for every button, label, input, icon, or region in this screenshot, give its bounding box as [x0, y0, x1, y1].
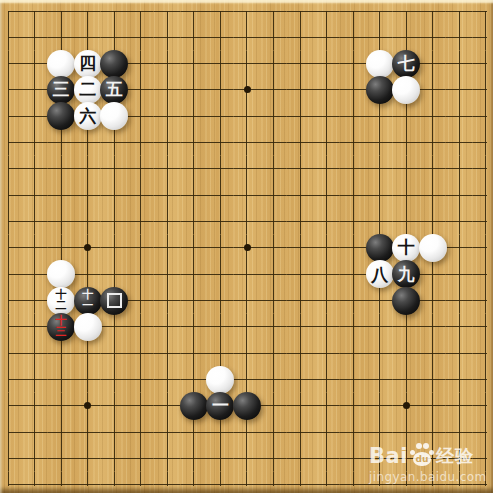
- black-stone: 七: [392, 50, 420, 78]
- move-number-label: 三: [53, 81, 70, 98]
- intersection: [366, 393, 393, 419]
- intersection: [446, 235, 473, 261]
- intersection: [181, 11, 208, 24]
- intersection: [8, 472, 21, 486]
- black-stone: [180, 392, 208, 420]
- intersection: [207, 261, 234, 287]
- intersection: [101, 235, 128, 261]
- intersection: [234, 24, 261, 50]
- intersection: [21, 182, 48, 208]
- intersection: [154, 393, 181, 419]
- intersection: [260, 472, 287, 486]
- white-stone: [366, 50, 394, 78]
- intersection: [446, 340, 473, 366]
- intersection: [260, 182, 287, 208]
- intersection: [260, 24, 287, 50]
- intersection: [127, 208, 154, 234]
- intersection: [234, 103, 261, 129]
- intersection: [313, 208, 340, 234]
- intersection: [287, 235, 314, 261]
- intersection: [74, 472, 101, 486]
- intersection: [74, 24, 101, 50]
- intersection: [287, 393, 314, 419]
- intersection: [207, 287, 234, 313]
- intersection: [101, 261, 128, 287]
- intersection: [287, 287, 314, 313]
- intersection: [366, 182, 393, 208]
- intersection: [446, 103, 473, 129]
- intersection: [313, 156, 340, 182]
- intersection: [74, 208, 101, 234]
- intersection: [313, 129, 340, 155]
- intersection: [207, 11, 234, 24]
- move-number-label: 一: [212, 397, 229, 414]
- intersection: [340, 366, 367, 392]
- intersection: [21, 445, 48, 471]
- intersection: [260, 261, 287, 287]
- intersection: [8, 340, 21, 366]
- intersection: [234, 51, 261, 77]
- intersection: [260, 11, 287, 24]
- intersection: [21, 472, 48, 486]
- intersection: [101, 129, 128, 155]
- intersection: [207, 472, 234, 486]
- black-stone: 五: [100, 76, 128, 104]
- intersection: [74, 11, 101, 24]
- intersection: [8, 208, 21, 234]
- intersection: [234, 314, 261, 340]
- white-stone: 八: [366, 260, 394, 288]
- intersection: [21, 11, 48, 24]
- move-number-label: 六: [79, 108, 96, 125]
- intersection: [127, 11, 154, 24]
- intersection: [419, 11, 446, 24]
- intersection: [473, 24, 487, 50]
- go-board: 四三二五六七十八九十二十一十三一 Bai du 经验 jingyan.baidu…: [0, 0, 493, 493]
- intersection: [127, 287, 154, 313]
- intersection: [446, 156, 473, 182]
- intersection: [154, 445, 181, 471]
- intersection: [181, 261, 208, 287]
- intersection: [313, 235, 340, 261]
- intersection: [287, 445, 314, 471]
- intersection: [366, 103, 393, 129]
- intersection: [74, 129, 101, 155]
- intersection: [207, 51, 234, 77]
- intersection: [74, 156, 101, 182]
- intersection: [473, 103, 487, 129]
- intersection: [21, 24, 48, 50]
- intersection: [366, 314, 393, 340]
- intersection: [340, 103, 367, 129]
- intersection: [127, 129, 154, 155]
- move-number-label: 十一: [82, 290, 93, 311]
- intersection: [101, 393, 128, 419]
- intersection: [287, 182, 314, 208]
- intersection: [393, 182, 420, 208]
- black-stone: [100, 50, 128, 78]
- intersection: [419, 103, 446, 129]
- intersection: [127, 261, 154, 287]
- intersection: [419, 340, 446, 366]
- intersection: [473, 77, 487, 103]
- intersection: [234, 472, 261, 486]
- intersection: [313, 393, 340, 419]
- intersection: [74, 340, 101, 366]
- intersection: [101, 208, 128, 234]
- intersection: [127, 445, 154, 471]
- intersection: [446, 51, 473, 77]
- intersection: [446, 77, 473, 103]
- intersection: [287, 314, 314, 340]
- move-number-label: 五: [106, 81, 123, 98]
- intersection: [234, 11, 261, 24]
- intersection: [181, 287, 208, 313]
- intersection: [473, 393, 487, 419]
- intersection: [393, 103, 420, 129]
- intersection: [287, 261, 314, 287]
- intersection: [207, 77, 234, 103]
- baidu-watermark: Bai du 经验 jingyan.baidu.com: [369, 442, 487, 483]
- intersection: [127, 103, 154, 129]
- intersection: [287, 103, 314, 129]
- black-stone: [366, 234, 394, 262]
- intersection: [154, 472, 181, 486]
- intersection: [48, 445, 75, 471]
- intersection: [473, 366, 487, 392]
- intersection: [393, 366, 420, 392]
- intersection: [340, 129, 367, 155]
- intersection: [181, 472, 208, 486]
- intersection: [419, 261, 446, 287]
- black-stone: [392, 287, 420, 315]
- intersection: [21, 51, 48, 77]
- intersection: [181, 51, 208, 77]
- intersection: [446, 11, 473, 24]
- intersection: [181, 24, 208, 50]
- intersection: [127, 340, 154, 366]
- intersection: [366, 366, 393, 392]
- intersection: [393, 314, 420, 340]
- intersection: [366, 24, 393, 50]
- intersection: [181, 103, 208, 129]
- baidu-logo: Bai du 经验: [369, 442, 487, 467]
- intersection: [313, 261, 340, 287]
- white-stone: [419, 234, 447, 262]
- intersection: [154, 24, 181, 50]
- intersection: [21, 156, 48, 182]
- intersection: [8, 156, 21, 182]
- intersection: [260, 445, 287, 471]
- intersection: [313, 472, 340, 486]
- intersection: [48, 208, 75, 234]
- intersection: [154, 419, 181, 445]
- intersection: [8, 445, 21, 471]
- intersection: [260, 366, 287, 392]
- intersection: [340, 287, 367, 313]
- intersection: [287, 51, 314, 77]
- intersection: [393, 156, 420, 182]
- intersection: [473, 129, 487, 155]
- move-number-label: 二: [79, 81, 96, 98]
- intersection: [48, 129, 75, 155]
- intersection: [207, 314, 234, 340]
- black-stone: 十三: [47, 313, 75, 341]
- intersection: [207, 129, 234, 155]
- intersection: [101, 366, 128, 392]
- intersection: [340, 261, 367, 287]
- intersection: [207, 103, 234, 129]
- intersection: [446, 182, 473, 208]
- intersection: [313, 77, 340, 103]
- white-stone: 四: [74, 50, 102, 78]
- intersection: [393, 11, 420, 24]
- intersection: [473, 235, 487, 261]
- intersection: [234, 129, 261, 155]
- intersection: [313, 51, 340, 77]
- intersection: [21, 129, 48, 155]
- intersection: [127, 393, 154, 419]
- intersection: [234, 419, 261, 445]
- intersection: [154, 366, 181, 392]
- intersection: [21, 208, 48, 234]
- intersection: [287, 419, 314, 445]
- intersection: [21, 77, 48, 103]
- intersection: [127, 419, 154, 445]
- intersection: [154, 261, 181, 287]
- intersection: [181, 235, 208, 261]
- intersection: [48, 366, 75, 392]
- intersection: [473, 261, 487, 287]
- intersection: [48, 419, 75, 445]
- intersection: [340, 182, 367, 208]
- white-stone: [47, 50, 75, 78]
- intersection: [154, 208, 181, 234]
- intersection: [8, 103, 21, 129]
- intersection: [74, 261, 101, 287]
- intersection: [446, 24, 473, 50]
- intersection: [101, 182, 128, 208]
- intersection: [473, 208, 487, 234]
- intersection: [127, 366, 154, 392]
- intersection: [234, 340, 261, 366]
- intersection: [101, 314, 128, 340]
- intersection: [48, 393, 75, 419]
- intersection: [8, 261, 21, 287]
- intersection: [207, 24, 234, 50]
- intersection: [181, 419, 208, 445]
- intersection: [181, 156, 208, 182]
- intersection: [340, 24, 367, 50]
- intersection: [48, 11, 75, 24]
- intersection: [340, 51, 367, 77]
- intersection: [21, 419, 48, 445]
- intersection: [8, 182, 21, 208]
- intersection: [446, 208, 473, 234]
- intersection: [181, 182, 208, 208]
- watermark-url: jingyan.baidu.com: [369, 471, 487, 483]
- move-number-label: 十二: [56, 290, 67, 311]
- baidu-jingyan-label: 经验: [436, 446, 474, 467]
- intersection: [181, 129, 208, 155]
- move-number-label: 八: [371, 266, 388, 283]
- intersection: [340, 11, 367, 24]
- intersection: [207, 419, 234, 445]
- intersection: [8, 235, 21, 261]
- intersection: [48, 472, 75, 486]
- move-number-label: 十三: [56, 316, 67, 337]
- intersection: [260, 235, 287, 261]
- intersection: [473, 182, 487, 208]
- intersection: [154, 340, 181, 366]
- black-stone: [100, 287, 128, 315]
- intersection: [313, 182, 340, 208]
- intersection: [154, 129, 181, 155]
- intersection: [287, 156, 314, 182]
- move-number-label: 十: [398, 239, 415, 256]
- intersection: [313, 314, 340, 340]
- intersection: [234, 287, 261, 313]
- intersection: [340, 208, 367, 234]
- black-stone: [366, 76, 394, 104]
- intersection: [74, 419, 101, 445]
- intersection: [393, 208, 420, 234]
- intersection: [366, 156, 393, 182]
- intersection: [8, 24, 21, 50]
- intersection: [21, 314, 48, 340]
- intersection: [101, 11, 128, 24]
- intersection: [366, 129, 393, 155]
- intersection: [234, 261, 261, 287]
- intersection: [181, 445, 208, 471]
- intersection: [154, 287, 181, 313]
- intersection: [48, 24, 75, 50]
- intersection: [127, 51, 154, 77]
- intersection: [473, 51, 487, 77]
- intersection: [260, 314, 287, 340]
- intersection: [313, 103, 340, 129]
- intersection: [473, 156, 487, 182]
- intersection: [48, 235, 75, 261]
- intersection: [366, 208, 393, 234]
- intersection: [21, 393, 48, 419]
- intersection: [260, 129, 287, 155]
- intersection: [446, 287, 473, 313]
- intersection: [473, 340, 487, 366]
- intersection: [419, 208, 446, 234]
- intersection: [287, 24, 314, 50]
- intersection: [340, 156, 367, 182]
- intersection: [234, 156, 261, 182]
- intersection: [101, 340, 128, 366]
- intersection: [74, 445, 101, 471]
- intersection: [287, 129, 314, 155]
- intersection: [154, 156, 181, 182]
- intersection: [260, 419, 287, 445]
- intersection: [287, 340, 314, 366]
- intersection: [419, 287, 446, 313]
- white-stone: 二: [74, 76, 102, 104]
- intersection: [419, 129, 446, 155]
- intersection: [340, 445, 367, 471]
- intersection: [21, 235, 48, 261]
- intersection: [127, 156, 154, 182]
- intersection: [366, 340, 393, 366]
- square-marker: [107, 293, 122, 308]
- intersection: [207, 182, 234, 208]
- intersection: [419, 182, 446, 208]
- black-stone: 三: [47, 76, 75, 104]
- intersection: [340, 419, 367, 445]
- intersection: [127, 472, 154, 486]
- intersection: [313, 366, 340, 392]
- intersection: [127, 235, 154, 261]
- intersection: [8, 11, 21, 24]
- intersection: [340, 340, 367, 366]
- intersection: [393, 340, 420, 366]
- intersection: [393, 24, 420, 50]
- intersection: [446, 261, 473, 287]
- intersection: [260, 156, 287, 182]
- intersection: [234, 366, 261, 392]
- intersection: [181, 314, 208, 340]
- intersection: [366, 287, 393, 313]
- black-stone: [233, 392, 261, 420]
- intersection: [234, 182, 261, 208]
- intersection: [74, 182, 101, 208]
- white-stone: [74, 313, 102, 341]
- intersection: [340, 472, 367, 486]
- intersection: [313, 340, 340, 366]
- intersection: [154, 77, 181, 103]
- intersection: [8, 51, 21, 77]
- intersection: [446, 393, 473, 419]
- intersection: [313, 419, 340, 445]
- intersection: [419, 77, 446, 103]
- intersection: [154, 51, 181, 77]
- intersection: [287, 11, 314, 24]
- intersection: [8, 366, 21, 392]
- intersection: [21, 103, 48, 129]
- intersection: [48, 340, 75, 366]
- intersection: [287, 208, 314, 234]
- intersection: [393, 129, 420, 155]
- intersection: [8, 77, 21, 103]
- intersection: [8, 393, 21, 419]
- baidu-logo-du-text: du: [413, 454, 431, 464]
- intersection: [313, 11, 340, 24]
- intersection: [101, 156, 128, 182]
- intersection: [21, 261, 48, 287]
- intersection: [446, 129, 473, 155]
- intersection: [473, 11, 487, 24]
- intersection: [181, 208, 208, 234]
- intersection: [8, 314, 21, 340]
- intersection: [207, 235, 234, 261]
- intersection: [154, 314, 181, 340]
- intersection: [287, 77, 314, 103]
- intersection: [446, 314, 473, 340]
- intersection: [207, 340, 234, 366]
- intersection: [313, 287, 340, 313]
- intersection: [260, 208, 287, 234]
- move-number-label: 九: [398, 266, 415, 283]
- intersection: [419, 156, 446, 182]
- intersection: [313, 24, 340, 50]
- intersection: [419, 51, 446, 77]
- black-stone: 十一: [74, 287, 102, 315]
- move-number-label: 七: [398, 55, 415, 72]
